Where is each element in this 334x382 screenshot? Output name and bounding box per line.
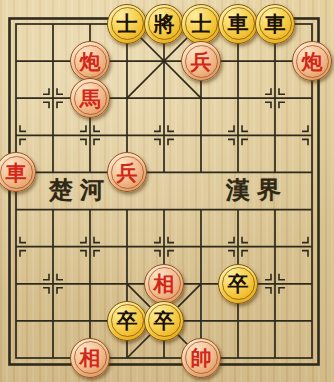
xiangqi-board: 楚河 漢界 士將士車車炮兵炮馬車兵相卒卒卒相帥 [0,0,334,382]
piece-black-soldier[interactable]: 卒 [144,301,184,341]
piece-red-elephant[interactable]: 相 [70,338,110,378]
piece-glyph: 卒 [117,310,138,331]
piece-glyph: 炮 [80,51,101,72]
piece-glyph: 將 [154,13,175,34]
piece-glyph: 馬 [80,88,101,109]
pieces-layer: 士將士車車炮兵炮馬車兵相卒卒卒相帥 [0,5,331,376]
piece-black-general[interactable]: 將 [144,4,184,44]
piece-black-soldier[interactable]: 卒 [218,264,258,304]
piece-red-elephant[interactable]: 相 [144,264,184,304]
piece-glyph: 兵 [191,51,212,72]
piece-glyph: 車 [6,162,27,183]
piece-black-advisor[interactable]: 士 [181,4,221,44]
piece-red-soldier[interactable]: 兵 [181,41,221,81]
piece-black-advisor[interactable]: 士 [107,4,147,44]
piece-red-chariot[interactable]: 車 [0,152,36,192]
piece-red-general[interactable]: 帥 [181,338,221,378]
piece-glyph: 相 [154,273,175,294]
piece-glyph: 卒 [228,273,249,294]
piece-glyph: 卒 [154,310,175,331]
piece-glyph: 炮 [302,51,323,72]
piece-red-cannon[interactable]: 炮 [292,41,332,81]
piece-black-chariot[interactable]: 車 [218,4,258,44]
piece-glyph: 車 [265,13,286,34]
piece-glyph: 相 [80,347,101,368]
piece-glyph: 帥 [191,347,212,368]
piece-glyph: 車 [228,13,249,34]
piece-red-horse[interactable]: 馬 [70,78,110,118]
piece-glyph: 士 [117,13,138,34]
piece-red-cannon[interactable]: 炮 [70,41,110,81]
piece-glyph: 士 [191,13,212,34]
piece-black-chariot[interactable]: 車 [255,4,295,44]
piece-glyph: 兵 [117,162,138,183]
piece-black-soldier[interactable]: 卒 [107,301,147,341]
piece-red-soldier[interactable]: 兵 [107,152,147,192]
